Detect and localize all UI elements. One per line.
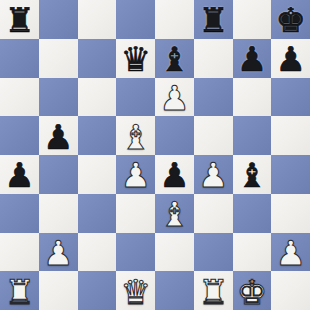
square-f3[interactable] — [194, 194, 233, 233]
square-h2[interactable]: ♟ — [271, 233, 310, 272]
square-c1[interactable] — [78, 271, 117, 310]
square-g2[interactable] — [233, 233, 272, 272]
white-bishop[interactable]: ♝ — [159, 197, 189, 231]
square-h8[interactable]: ♚ — [271, 0, 310, 39]
black-rook[interactable]: ♜ — [198, 3, 228, 37]
white-pawn[interactable]: ♟ — [275, 236, 305, 270]
white-queen[interactable]: ♛ — [120, 275, 150, 309]
square-c7[interactable] — [78, 39, 117, 78]
square-h3[interactable] — [271, 194, 310, 233]
square-c2[interactable] — [78, 233, 117, 272]
white-pawn[interactable]: ♟ — [120, 158, 150, 192]
white-pawn[interactable]: ♟ — [43, 236, 73, 270]
square-e8[interactable] — [155, 0, 194, 39]
square-h5[interactable] — [271, 116, 310, 155]
square-c5[interactable] — [78, 116, 117, 155]
square-a2[interactable] — [0, 233, 39, 272]
square-b7[interactable] — [39, 39, 78, 78]
square-c6[interactable] — [78, 78, 117, 117]
square-d7[interactable]: ♛ — [116, 39, 155, 78]
square-e2[interactable] — [155, 233, 194, 272]
white-king[interactable]: ♚ — [237, 275, 267, 309]
white-pawn[interactable]: ♟ — [159, 81, 189, 115]
square-h7[interactable]: ♟ — [271, 39, 310, 78]
square-h1[interactable] — [271, 271, 310, 310]
black-king[interactable]: ♚ — [275, 3, 305, 37]
square-g3[interactable] — [233, 194, 272, 233]
square-e3[interactable]: ♝ — [155, 194, 194, 233]
square-a6[interactable] — [0, 78, 39, 117]
square-g1[interactable]: ♚ — [233, 271, 272, 310]
black-pawn[interactable]: ♟ — [43, 120, 73, 154]
square-c3[interactable] — [78, 194, 117, 233]
square-b4[interactable] — [39, 155, 78, 194]
square-a7[interactable] — [0, 39, 39, 78]
black-pawn[interactable]: ♟ — [159, 158, 189, 192]
square-b5[interactable]: ♟ — [39, 116, 78, 155]
square-g5[interactable] — [233, 116, 272, 155]
white-rook[interactable]: ♜ — [4, 275, 34, 309]
square-d6[interactable] — [116, 78, 155, 117]
square-b1[interactable] — [39, 271, 78, 310]
square-f1[interactable]: ♜ — [194, 271, 233, 310]
square-d8[interactable] — [116, 0, 155, 39]
square-h4[interactable] — [271, 155, 310, 194]
black-rook[interactable]: ♜ — [4, 3, 34, 37]
square-b8[interactable] — [39, 0, 78, 39]
square-a3[interactable] — [0, 194, 39, 233]
square-e4[interactable]: ♟ — [155, 155, 194, 194]
white-rook[interactable]: ♜ — [198, 275, 228, 309]
square-c4[interactable] — [78, 155, 117, 194]
square-e1[interactable] — [155, 271, 194, 310]
square-h6[interactable] — [271, 78, 310, 117]
black-pawn[interactable]: ♟ — [275, 42, 305, 76]
square-e5[interactable] — [155, 116, 194, 155]
square-b6[interactable] — [39, 78, 78, 117]
square-b3[interactable] — [39, 194, 78, 233]
square-a8[interactable]: ♜ — [0, 0, 39, 39]
black-queen[interactable]: ♛ — [120, 42, 150, 76]
chess-board-container: ♜♜♚♛♝♟♟♟♟♝♟♟♟♟♝♝♟♟♜♛♜♚ — [0, 0, 310, 310]
square-e7[interactable]: ♝ — [155, 39, 194, 78]
square-c8[interactable] — [78, 0, 117, 39]
square-g6[interactable] — [233, 78, 272, 117]
black-bishop[interactable]: ♝ — [237, 158, 267, 192]
square-d3[interactable] — [116, 194, 155, 233]
chess-board: ♜♜♚♛♝♟♟♟♟♝♟♟♟♟♝♝♟♟♜♛♜♚ — [0, 0, 310, 310]
square-e6[interactable]: ♟ — [155, 78, 194, 117]
square-a4[interactable]: ♟ — [0, 155, 39, 194]
square-f7[interactable] — [194, 39, 233, 78]
square-a5[interactable] — [0, 116, 39, 155]
square-b2[interactable]: ♟ — [39, 233, 78, 272]
square-d1[interactable]: ♛ — [116, 271, 155, 310]
square-f5[interactable] — [194, 116, 233, 155]
square-g8[interactable] — [233, 0, 272, 39]
square-d5[interactable]: ♝ — [116, 116, 155, 155]
square-f6[interactable] — [194, 78, 233, 117]
black-pawn[interactable]: ♟ — [237, 42, 267, 76]
square-g7[interactable]: ♟ — [233, 39, 272, 78]
square-d2[interactable] — [116, 233, 155, 272]
square-f8[interactable]: ♜ — [194, 0, 233, 39]
square-f2[interactable] — [194, 233, 233, 272]
square-f4[interactable]: ♟ — [194, 155, 233, 194]
white-bishop[interactable]: ♝ — [120, 120, 150, 154]
white-pawn[interactable]: ♟ — [198, 158, 228, 192]
square-d4[interactable]: ♟ — [116, 155, 155, 194]
black-pawn[interactable]: ♟ — [4, 158, 34, 192]
square-a1[interactable]: ♜ — [0, 271, 39, 310]
square-g4[interactable]: ♝ — [233, 155, 272, 194]
black-bishop[interactable]: ♝ — [159, 42, 189, 76]
